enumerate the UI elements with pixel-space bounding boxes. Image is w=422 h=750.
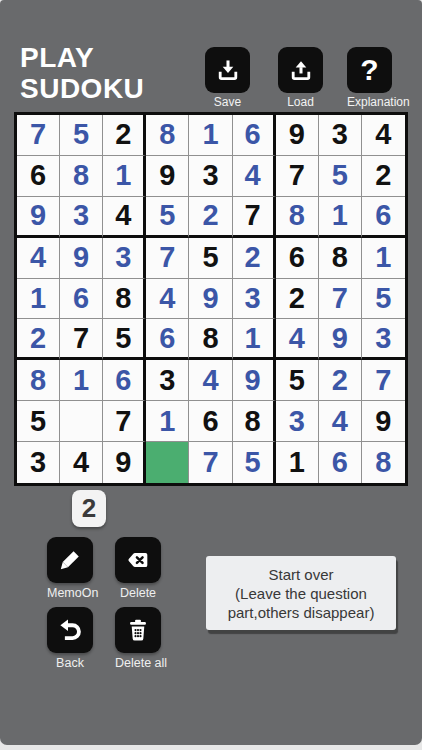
- cell-r1c7[interactable]: 9: [276, 115, 319, 156]
- cell-r3c3[interactable]: 4: [103, 197, 146, 238]
- cell-r5c3[interactable]: 8: [103, 279, 146, 320]
- cell-r6c1[interactable]: 2: [17, 319, 60, 360]
- cell-r4c9[interactable]: 1: [362, 238, 405, 279]
- delete-all-label: Delete all: [115, 656, 161, 670]
- cell-r3c5[interactable]: 2: [189, 197, 232, 238]
- delete-label: Delete: [115, 586, 161, 600]
- cell-r7c9[interactable]: 7: [362, 360, 405, 401]
- cell-r8c6[interactable]: 8: [233, 401, 276, 442]
- cell-r9c6[interactable]: 5: [233, 442, 276, 483]
- start-over-button[interactable]: Start over (Leave the question part,othe…: [206, 556, 396, 630]
- cell-r5c5[interactable]: 9: [189, 279, 232, 320]
- cell-r1c8[interactable]: 3: [319, 115, 362, 156]
- cell-r6c7[interactable]: 4: [276, 319, 319, 360]
- sudoku-grid: 7528169346819347529345278164937526811684…: [14, 112, 408, 486]
- cell-r1c2[interactable]: 5: [60, 115, 103, 156]
- cell-r6c8[interactable]: 9: [319, 319, 362, 360]
- cell-r1c1[interactable]: 7: [17, 115, 60, 156]
- delete-all-button[interactable]: [115, 607, 161, 653]
- cell-r5c4[interactable]: 4: [146, 279, 189, 320]
- save-label: Save: [205, 96, 250, 109]
- load-button-group: Load: [278, 47, 323, 109]
- cell-r5c9[interactable]: 5: [362, 279, 405, 320]
- save-button-group: Save: [205, 47, 250, 109]
- back-button[interactable]: [47, 607, 93, 653]
- cell-r7c8[interactable]: 2: [319, 360, 362, 401]
- memo-button-group: MemoOn: [47, 537, 93, 600]
- cell-r2c6[interactable]: 4: [233, 156, 276, 197]
- cell-r4c2[interactable]: 9: [60, 238, 103, 279]
- cell-r9c5[interactable]: 7: [189, 442, 232, 483]
- cell-r2c1[interactable]: 6: [17, 156, 60, 197]
- explanation-label: Explanation: [347, 96, 392, 109]
- selected-number-tile[interactable]: 2: [72, 490, 106, 527]
- cell-r9c7[interactable]: 1: [276, 442, 319, 483]
- cell-r4c3[interactable]: 3: [103, 238, 146, 279]
- cell-r5c6[interactable]: 3: [233, 279, 276, 320]
- cell-r2c3[interactable]: 1: [103, 156, 146, 197]
- cell-r4c7[interactable]: 6: [276, 238, 319, 279]
- pencil-icon: [57, 547, 83, 573]
- cell-r7c5[interactable]: 4: [189, 360, 232, 401]
- cell-r8c5[interactable]: 6: [189, 401, 232, 442]
- cell-r5c2[interactable]: 6: [60, 279, 103, 320]
- cell-r4c4[interactable]: 7: [146, 238, 189, 279]
- cell-r1c4[interactable]: 8: [146, 115, 189, 156]
- cell-r5c1[interactable]: 1: [17, 279, 60, 320]
- memo-on-label: MemoOn: [47, 586, 93, 600]
- cell-r5c8[interactable]: 7: [319, 279, 362, 320]
- download-icon: [215, 57, 241, 83]
- start-over-line2: (Leave the question: [235, 584, 367, 603]
- load-label: Load: [278, 96, 323, 109]
- cell-r6c4[interactable]: 6: [146, 319, 189, 360]
- delete-all-button-group: Delete all: [115, 607, 161, 670]
- cell-r3c4[interactable]: 5: [146, 197, 189, 238]
- cell-r9c9[interactable]: 8: [362, 442, 405, 483]
- cell-r3c7[interactable]: 8: [276, 197, 319, 238]
- cell-r2c2[interactable]: 8: [60, 156, 103, 197]
- backspace-icon: [125, 547, 151, 573]
- cell-r7c4[interactable]: 3: [146, 360, 189, 401]
- cell-r1c3[interactable]: 2: [103, 115, 146, 156]
- cell-r8c2[interactable]: [60, 401, 103, 442]
- save-button[interactable]: [205, 47, 250, 93]
- cell-r9c3[interactable]: 9: [103, 442, 146, 483]
- load-button[interactable]: [278, 47, 323, 93]
- cell-r6c2[interactable]: 7: [60, 319, 103, 360]
- explanation-button-group: ? Explanation: [347, 47, 392, 109]
- cell-r9c2[interactable]: 4: [60, 442, 103, 483]
- cell-r4c6[interactable]: 2: [233, 238, 276, 279]
- back-button-group: Back: [47, 607, 93, 670]
- cell-r7c7[interactable]: 5: [276, 360, 319, 401]
- cell-r9c1[interactable]: 3: [17, 442, 60, 483]
- cell-r2c8[interactable]: 5: [319, 156, 362, 197]
- cell-r6c3[interactable]: 5: [103, 319, 146, 360]
- cell-r6c9[interactable]: 3: [362, 319, 405, 360]
- cell-r8c3[interactable]: 7: [103, 401, 146, 442]
- cell-r5c7[interactable]: 2: [276, 279, 319, 320]
- cell-r7c1[interactable]: 8: [17, 360, 60, 401]
- start-over-line1: Start over: [268, 565, 333, 584]
- cell-r8c8[interactable]: 4: [319, 401, 362, 442]
- cell-r4c1[interactable]: 4: [17, 238, 60, 279]
- start-over-line3: part,others disappear): [228, 603, 375, 622]
- cell-r3c8[interactable]: 1: [319, 197, 362, 238]
- cell-r4c5[interactable]: 5: [189, 238, 232, 279]
- explanation-button[interactable]: ?: [347, 47, 392, 93]
- cell-r2c7[interactable]: 7: [276, 156, 319, 197]
- cell-r3c1[interactable]: 9: [17, 197, 60, 238]
- undo-arrow-icon: [57, 617, 84, 644]
- trash-icon: [125, 617, 151, 643]
- cell-r1c6[interactable]: 6: [233, 115, 276, 156]
- cell-r7c3[interactable]: 6: [103, 360, 146, 401]
- question-mark-icon: ?: [360, 55, 378, 85]
- cell-r8c1[interactable]: 5: [17, 401, 60, 442]
- cell-r1c5[interactable]: 1: [189, 115, 232, 156]
- cell-r2c9[interactable]: 2: [362, 156, 405, 197]
- memo-on-button[interactable]: [47, 537, 93, 583]
- delete-button-group: Delete: [115, 537, 161, 600]
- cell-r7c6[interactable]: 9: [233, 360, 276, 401]
- cell-r6c6[interactable]: 1: [233, 319, 276, 360]
- app-background: PLAY SUDOKU Save Load ? Explanation: [0, 0, 422, 745]
- cell-r8c4[interactable]: 1: [146, 401, 189, 442]
- cell-r1c9[interactable]: 4: [362, 115, 405, 156]
- delete-button[interactable]: [115, 537, 161, 583]
- cell-r2c5[interactable]: 3: [189, 156, 232, 197]
- cell-r3c9[interactable]: 6: [362, 197, 405, 238]
- page-title-line2: SUDOKU: [20, 73, 144, 104]
- cell-r8c7[interactable]: 3: [276, 401, 319, 442]
- cell-r3c2[interactable]: 3: [60, 197, 103, 238]
- upload-icon: [288, 57, 314, 83]
- back-label: Back: [47, 656, 93, 670]
- cell-r4c8[interactable]: 8: [319, 238, 362, 279]
- cell-r2c4[interactable]: 9: [146, 156, 189, 197]
- cell-r3c6[interactable]: 7: [233, 197, 276, 238]
- cell-r9c8[interactable]: 6: [319, 442, 362, 483]
- cell-r6c5[interactable]: 8: [189, 319, 232, 360]
- cell-r9c4[interactable]: [146, 442, 189, 483]
- page-title-line1: PLAY: [20, 42, 144, 73]
- page-title: PLAY SUDOKU: [20, 42, 144, 104]
- cell-r8c9[interactable]: 9: [362, 401, 405, 442]
- cell-r7c2[interactable]: 1: [60, 360, 103, 401]
